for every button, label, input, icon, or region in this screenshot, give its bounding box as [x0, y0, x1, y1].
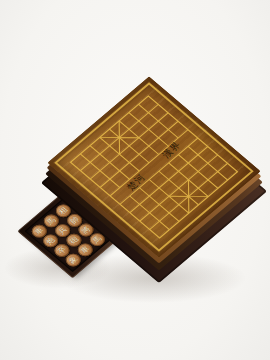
product-photo-xiangqi-set[interactable]: 車 馬 相 仕 炮 兵 帥 兵 卒 砲 將 士 象 車 馬 卒 [0, 0, 270, 360]
river-label-chu-he: 楚河 [124, 172, 147, 193]
river-label-han-jie: 漢界 [159, 139, 182, 160]
